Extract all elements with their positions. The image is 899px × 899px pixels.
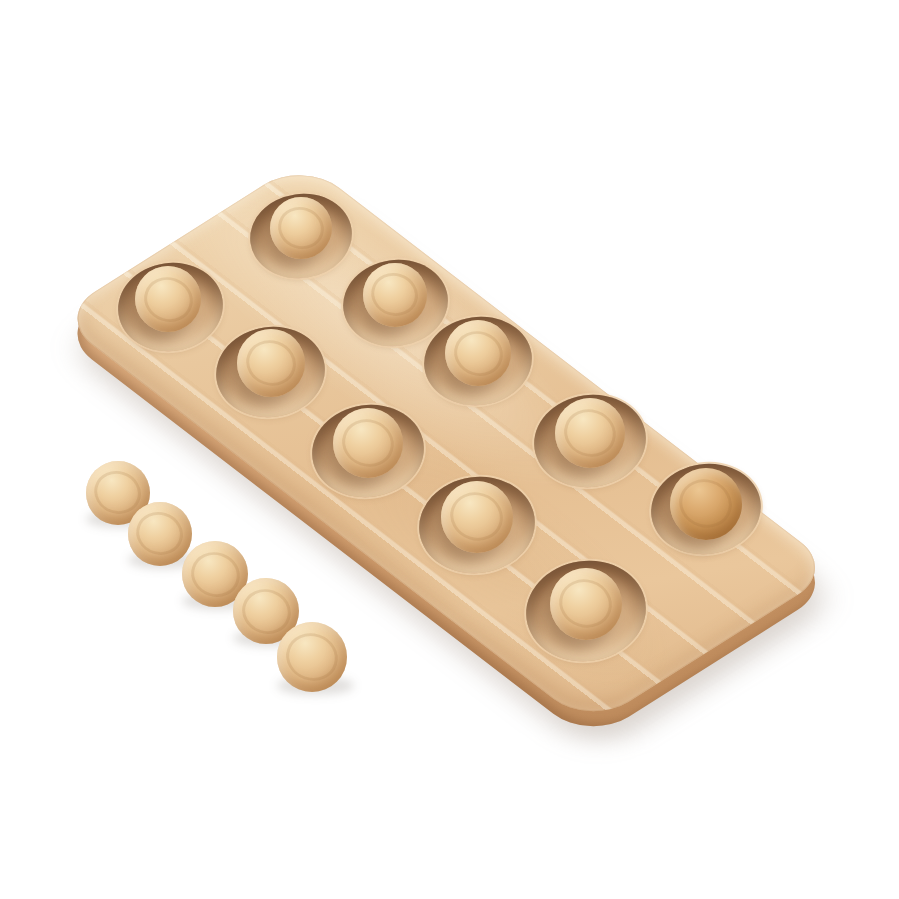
ball-in-pit-r0c0[interactable] bbox=[270, 197, 332, 259]
ball-in-pit-r1c3[interactable] bbox=[441, 481, 513, 553]
ball-in-pit-r1c2[interactable] bbox=[333, 408, 403, 478]
ball-in-pit-r0c1[interactable] bbox=[363, 263, 427, 327]
ball-in-pit-r1c4[interactable] bbox=[550, 568, 622, 640]
ball-in-pit-r0c3[interactable] bbox=[555, 398, 625, 468]
ball-in-pit-r1c1[interactable] bbox=[237, 329, 305, 397]
scene bbox=[0, 0, 899, 899]
ball-in-pit-r1c0[interactable] bbox=[135, 266, 201, 332]
ball-in-pit-r0c4[interactable] bbox=[670, 468, 742, 540]
loose-ball[interactable] bbox=[128, 502, 192, 566]
ball-in-pit-r0c2[interactable] bbox=[445, 320, 511, 386]
loose-ball[interactable] bbox=[277, 622, 347, 692]
